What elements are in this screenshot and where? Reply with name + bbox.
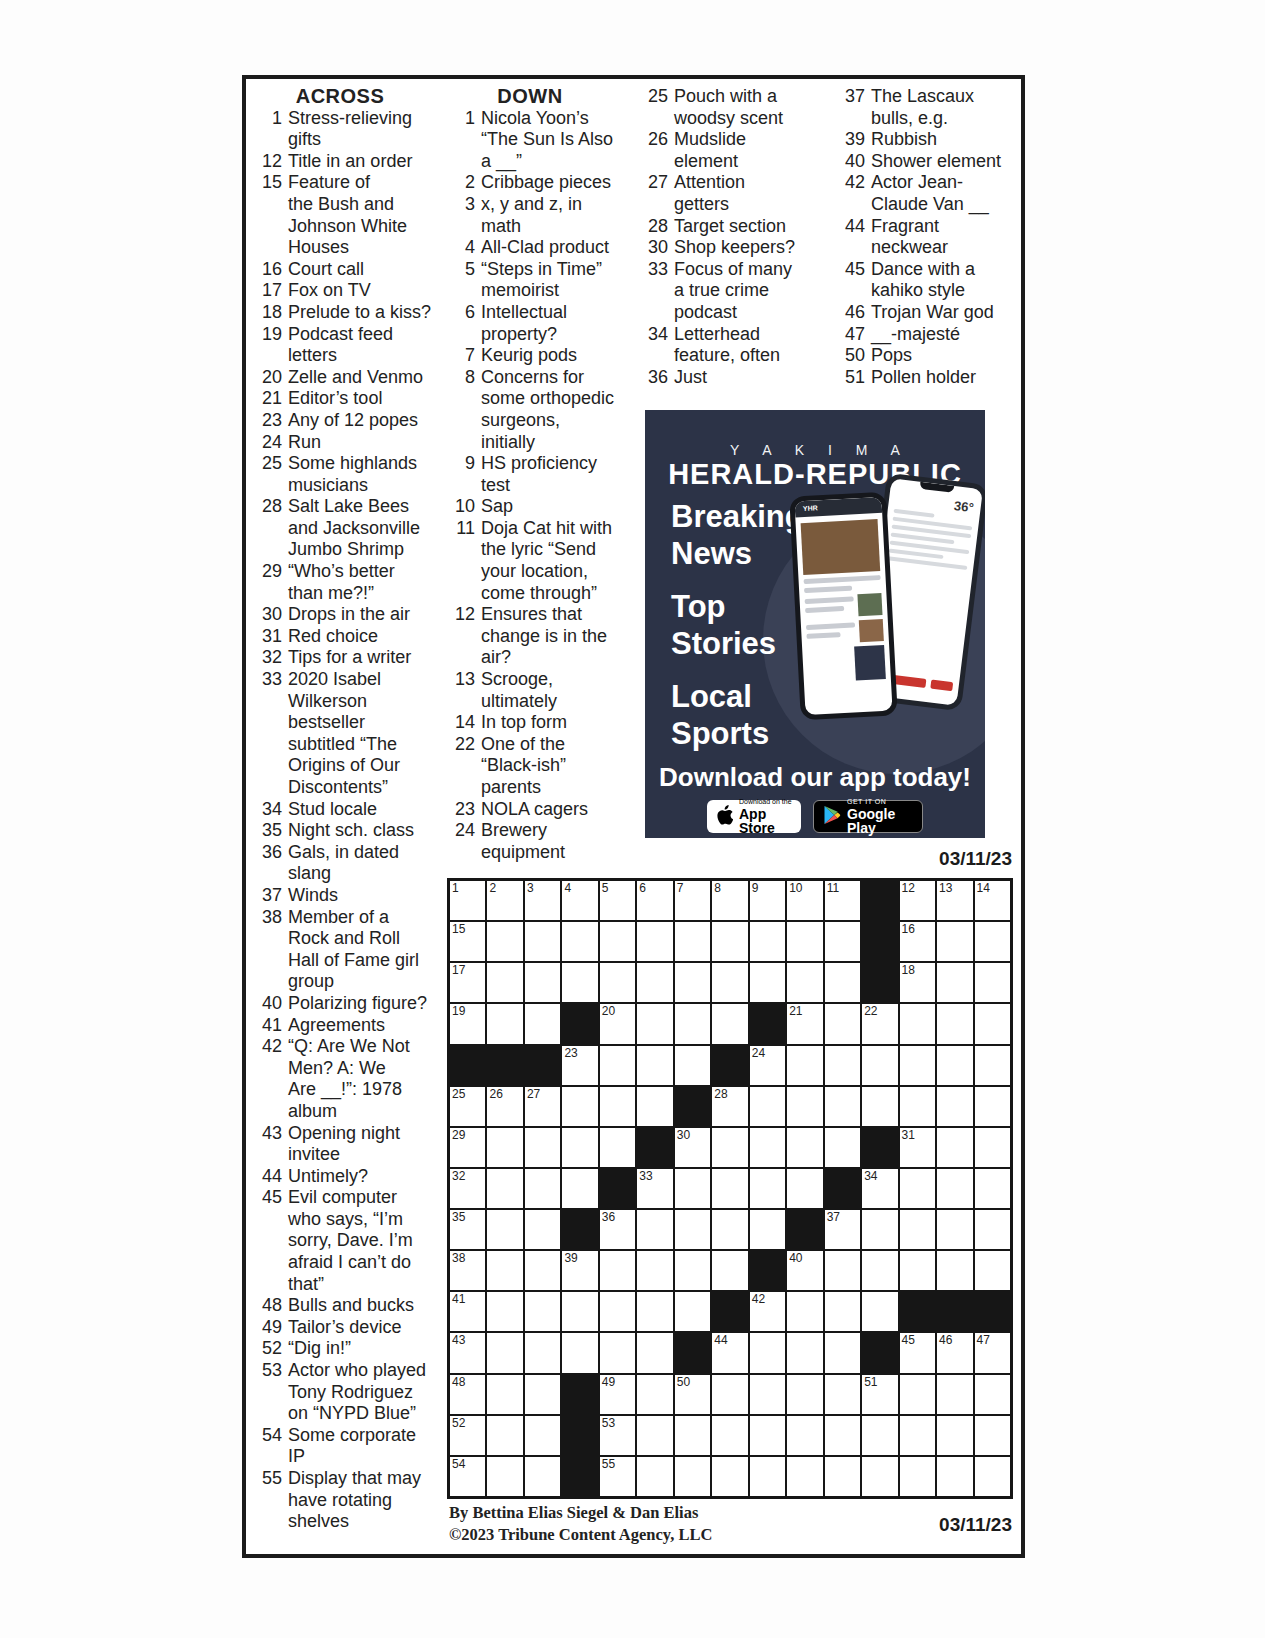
cell-r13c7[interactable]: 50 [675, 1375, 710, 1414]
clue-text: Trojan War god [871, 302, 1011, 324]
cell-r8c3[interactable] [525, 1169, 560, 1208]
cell-r3c3[interactable] [525, 963, 560, 1002]
cell-r12c11[interactable] [825, 1333, 860, 1372]
cell-r9c13[interactable] [900, 1210, 935, 1249]
clue-number: 36 [252, 842, 288, 885]
cell-r1c10[interactable]: 10 [787, 881, 822, 920]
phone-mockup-news: YHR [789, 492, 898, 721]
clue-text: Evil computerwho says, “I’msorry, Dave. … [288, 1187, 434, 1295]
cell-r1c2[interactable]: 2 [487, 881, 522, 920]
cell-r14c12[interactable] [862, 1416, 897, 1455]
cell-r12c2[interactable] [487, 1333, 522, 1372]
black-cell-r12c12 [862, 1333, 897, 1372]
clue-down-2: 2Cribbage pieces [445, 172, 625, 194]
cell-r7c14[interactable] [937, 1128, 972, 1167]
cell-r13c14[interactable] [937, 1375, 972, 1414]
cell-r4c3[interactable] [525, 1004, 560, 1043]
cell-r2c3[interactable] [525, 922, 560, 961]
clue-text: Zelle and Venmo [288, 367, 434, 389]
cell-r10c2[interactable] [487, 1251, 522, 1290]
cell-r2c5[interactable] [600, 922, 635, 961]
clue-text: Feature ofthe Bush andJohnson WhiteHouse… [288, 172, 434, 258]
cell-r5c7[interactable] [675, 1046, 710, 1085]
cell-r1c14[interactable]: 13 [937, 881, 972, 920]
cell-number: 29 [452, 1128, 465, 1142]
cell-r1c4[interactable]: 4 [562, 881, 597, 920]
cell-r5c4[interactable]: 23 [562, 1046, 597, 1085]
clue-text: Prelude to a kiss? [288, 302, 434, 324]
cell-r5c13[interactable] [900, 1046, 935, 1085]
cell-number: 14 [977, 881, 990, 895]
cell-r2c14[interactable] [937, 922, 972, 961]
cell-r6c2[interactable]: 26 [487, 1087, 522, 1126]
cell-r3c15[interactable] [975, 963, 1010, 1002]
cell-r8c10[interactable] [787, 1169, 822, 1208]
cell-r11c5[interactable] [600, 1292, 635, 1331]
puzzle-credits: By Bettina Elias Siegel & Dan Elias ©202… [449, 1502, 712, 1546]
cell-r7c2[interactable] [487, 1128, 522, 1167]
cell-r4c1[interactable]: 19 [450, 1004, 485, 1043]
clue-number: 55 [252, 1468, 288, 1533]
cell-r11c7[interactable] [675, 1292, 710, 1331]
cell-r3c1[interactable]: 17 [450, 963, 485, 1002]
cell-r1c3[interactable]: 3 [525, 881, 560, 920]
clue-across-15: 15Feature ofthe Bush andJohnson WhiteHou… [252, 172, 434, 258]
clue-across-23: 23Any of 12 popes [252, 410, 434, 432]
cell-r3c9[interactable] [750, 963, 785, 1002]
ad-call-to-action: Download our app today! [645, 762, 985, 793]
clue-across-18: 18Prelude to a kiss? [252, 302, 434, 324]
cell-r9c5[interactable]: 36 [600, 1210, 635, 1249]
clue-text: Salt Lake Beesand JacksonvilleJumbo Shri… [288, 496, 434, 561]
clue-number: 33 [632, 259, 674, 324]
clue-number: 51 [829, 367, 871, 389]
cell-r11c4[interactable] [562, 1292, 597, 1331]
cell-r2c8[interactable] [712, 922, 747, 961]
cell-r2c9[interactable] [750, 922, 785, 961]
clue-number: 40 [829, 151, 871, 173]
cell-number: 18 [902, 963, 915, 977]
cell-r13c9[interactable] [750, 1375, 785, 1414]
cell-r10c6[interactable] [637, 1251, 672, 1290]
cell-r4c10[interactable]: 21 [787, 1004, 822, 1043]
cell-r12c15[interactable]: 47 [975, 1333, 1010, 1372]
cell-r9c9[interactable] [750, 1210, 785, 1249]
cell-r12c14[interactable]: 46 [937, 1333, 972, 1372]
cell-r11c1[interactable]: 41 [450, 1292, 485, 1331]
clue-across-49: 49Tailor’s device [252, 1317, 434, 1339]
cell-r6c11[interactable] [825, 1087, 860, 1126]
cell-r14c15[interactable] [975, 1416, 1010, 1455]
cell-r8c4[interactable] [562, 1169, 597, 1208]
cell-number: 38 [452, 1251, 465, 1265]
cell-r5c14[interactable] [937, 1046, 972, 1085]
cell-r6c8[interactable]: 28 [712, 1087, 747, 1126]
cell-r8c1[interactable]: 32 [450, 1169, 485, 1208]
cell-r12c13[interactable]: 45 [900, 1333, 935, 1372]
clue-text: Just [674, 367, 797, 389]
cell-r13c10[interactable] [787, 1375, 822, 1414]
cell-r9c2[interactable] [487, 1210, 522, 1249]
clue-text: 2020 IsabelWilkersonbestsellersubtitled … [288, 669, 434, 799]
cell-r15c15[interactable] [975, 1457, 1010, 1496]
clue-across-36: 36Gals, in datedslang [252, 842, 434, 885]
cell-r9c11[interactable]: 37 [825, 1210, 860, 1249]
cell-r12c4[interactable] [562, 1333, 597, 1372]
clue-number: 14 [445, 712, 481, 734]
cell-r6c1[interactable]: 25 [450, 1087, 485, 1126]
cell-r15c11[interactable] [825, 1457, 860, 1496]
cell-r2c2[interactable] [487, 922, 522, 961]
clue-number: 7 [445, 345, 481, 367]
cell-r11c9[interactable]: 42 [750, 1292, 785, 1331]
cell-r5c10[interactable] [787, 1046, 822, 1085]
cell-r11c6[interactable] [637, 1292, 672, 1331]
black-cell-r11c8 [712, 1292, 747, 1331]
cell-r9c3[interactable] [525, 1210, 560, 1249]
cell-r12c5[interactable] [600, 1333, 635, 1372]
cell-number: 40 [789, 1251, 802, 1265]
cell-r15c3[interactable] [525, 1457, 560, 1496]
clue-text: Court call [288, 259, 434, 281]
cell-r3c8[interactable] [712, 963, 747, 1002]
cell-r14c13[interactable] [900, 1416, 935, 1455]
cell-r5c6[interactable] [637, 1046, 672, 1085]
clue-across-41: 41Agreements [252, 1015, 434, 1037]
cell-r9c15[interactable] [975, 1210, 1010, 1249]
cell-r4c5[interactable]: 20 [600, 1004, 635, 1043]
cell-r7c4[interactable] [562, 1128, 597, 1167]
cell-r10c15[interactable] [975, 1251, 1010, 1290]
screen-text-bar [888, 556, 968, 570]
cell-r10c12[interactable] [862, 1251, 897, 1290]
cell-r1c9[interactable]: 9 [750, 881, 785, 920]
cell-r3c6[interactable] [637, 963, 672, 1002]
cell-r9c14[interactable] [937, 1210, 972, 1249]
cell-r10c4[interactable]: 39 [562, 1251, 597, 1290]
cell-r6c10[interactable] [787, 1087, 822, 1126]
cell-r2c15[interactable] [975, 922, 1010, 961]
cell-r7c9[interactable] [750, 1128, 785, 1167]
cell-r6c3[interactable]: 27 [525, 1087, 560, 1126]
cell-r15c8[interactable] [712, 1457, 747, 1496]
clue-down-cont-1-26: 26Mudslideelement [632, 129, 797, 172]
cell-r7c13[interactable]: 31 [900, 1128, 935, 1167]
cell-r6c15[interactable] [975, 1087, 1010, 1126]
clue-text: Polarizing figure? [288, 993, 434, 1015]
cell-r13c15[interactable] [975, 1375, 1010, 1414]
cell-r4c15[interactable] [975, 1004, 1010, 1043]
cell-r2c4[interactable] [562, 922, 597, 961]
cell-r2c7[interactable] [675, 922, 710, 961]
clue-number: 5 [445, 259, 481, 302]
cell-r13c3[interactable] [525, 1375, 560, 1414]
cell-r9c6[interactable] [637, 1210, 672, 1249]
clue-number: 47 [829, 324, 871, 346]
clue-text: Intellectualproperty? [481, 302, 625, 345]
cell-number: 8 [714, 881, 721, 895]
cell-r10c7[interactable] [675, 1251, 710, 1290]
cell-r1c6[interactable]: 6 [637, 881, 672, 920]
cell-r14c1[interactable]: 52 [450, 1416, 485, 1455]
cell-r15c10[interactable] [787, 1457, 822, 1496]
clue-text: Shop keepers? [674, 237, 797, 259]
clue-down-cont-1-34: 34Letterheadfeature, often [632, 324, 797, 367]
cell-r12c9[interactable] [750, 1333, 785, 1372]
cell-r4c13[interactable] [900, 1004, 935, 1043]
cell-r14c10[interactable] [787, 1416, 822, 1455]
cell-r3c10[interactable] [787, 963, 822, 1002]
google-play-badge[interactable]: GET IT ON Google Play [813, 800, 923, 833]
cell-r2c13[interactable]: 16 [900, 922, 935, 961]
clue-number: 16 [252, 259, 288, 281]
cell-r13c8[interactable] [712, 1375, 747, 1414]
cell-number: 41 [452, 1292, 465, 1306]
cell-r13c11[interactable] [825, 1375, 860, 1414]
cell-r1c8[interactable]: 8 [712, 881, 747, 920]
clue-number: 21 [252, 388, 288, 410]
down-clue-column-continued-1: 25Pouch with awoodsy scent26Mudslideelem… [632, 86, 797, 388]
cell-r6c5[interactable] [600, 1087, 635, 1126]
clue-across-48: 48Bulls and bucks [252, 1295, 434, 1317]
cell-r10c8[interactable] [712, 1251, 747, 1290]
cell-r14c7[interactable] [675, 1416, 710, 1455]
clue-down-13: 13Scrooge,ultimately [445, 669, 625, 712]
cell-r11c3[interactable] [525, 1292, 560, 1331]
cell-number: 19 [452, 1004, 465, 1018]
cell-r14c14[interactable] [937, 1416, 972, 1455]
badge-store-name: App Store [739, 807, 792, 835]
cell-r8c13[interactable] [900, 1169, 935, 1208]
clue-text: Gals, in datedslang [288, 842, 434, 885]
cell-r2c10[interactable] [787, 922, 822, 961]
clue-text: Red choice [288, 626, 434, 648]
cell-r8c6[interactable]: 33 [637, 1169, 672, 1208]
black-cell-r11c13 [900, 1292, 935, 1331]
cell-r13c2[interactable] [487, 1375, 522, 1414]
cell-r6c9[interactable] [750, 1087, 785, 1126]
clue-number: 10 [445, 496, 481, 518]
clue-across-43: 43Opening nightinvitee [252, 1123, 434, 1166]
cell-number: 11 [827, 881, 839, 895]
cell-r7c8[interactable] [712, 1128, 747, 1167]
cell-r3c2[interactable] [487, 963, 522, 1002]
cell-r14c2[interactable] [487, 1416, 522, 1455]
cell-r5c9[interactable]: 24 [750, 1046, 785, 1085]
cell-r14c9[interactable] [750, 1416, 785, 1455]
cell-r12c1[interactable]: 43 [450, 1333, 485, 1372]
cell-r15c6[interactable] [637, 1457, 672, 1496]
cell-r5c15[interactable] [975, 1046, 1010, 1085]
cell-r9c8[interactable] [712, 1210, 747, 1249]
cell-r6c4[interactable] [562, 1087, 597, 1126]
cell-r4c14[interactable] [937, 1004, 972, 1043]
clue-text: Winds [288, 885, 434, 907]
cell-r15c9[interactable] [750, 1457, 785, 1496]
cell-r3c11[interactable] [825, 963, 860, 1002]
cell-r15c7[interactable] [675, 1457, 710, 1496]
cell-r4c12[interactable]: 22 [862, 1004, 897, 1043]
cell-r7c10[interactable] [787, 1128, 822, 1167]
cell-r5c5[interactable] [600, 1046, 635, 1085]
cell-r14c3[interactable] [525, 1416, 560, 1455]
cell-r9c1[interactable]: 35 [450, 1210, 485, 1249]
cell-r11c10[interactable] [787, 1292, 822, 1331]
cell-r10c10[interactable]: 40 [787, 1251, 822, 1290]
cell-r15c1[interactable]: 54 [450, 1457, 485, 1496]
cell-r10c1[interactable]: 38 [450, 1251, 485, 1290]
cell-r10c5[interactable] [600, 1251, 635, 1290]
cell-number: 1 [452, 881, 459, 895]
app-store-badge[interactable]: Download on the App Store [707, 800, 801, 833]
cell-r4c11[interactable] [825, 1004, 860, 1043]
news-thumbnail [859, 619, 884, 642]
cell-r10c14[interactable] [937, 1251, 972, 1290]
cell-r8c8[interactable] [712, 1169, 747, 1208]
cell-r2c6[interactable] [637, 922, 672, 961]
cell-r14c6[interactable] [637, 1416, 672, 1455]
cell-r7c5[interactable] [600, 1128, 635, 1167]
news-cover-image [854, 645, 886, 681]
cell-r13c6[interactable] [637, 1375, 672, 1414]
cell-r1c13[interactable]: 12 [900, 881, 935, 920]
cell-r1c7[interactable]: 7 [675, 881, 710, 920]
cell-r12c8[interactable]: 44 [712, 1333, 747, 1372]
clue-number: 49 [252, 1317, 288, 1339]
cell-number: 48 [452, 1375, 465, 1389]
cell-r1c15[interactable]: 14 [975, 881, 1010, 920]
black-cell-r5c1 [450, 1046, 485, 1085]
black-cell-r5c8 [712, 1046, 747, 1085]
black-cell-r12c7 [675, 1333, 710, 1372]
cell-r15c13[interactable] [900, 1457, 935, 1496]
cell-r8c15[interactable] [975, 1169, 1010, 1208]
screen-text-bar [806, 632, 841, 639]
cell-r3c4[interactable] [562, 963, 597, 1002]
cell-r5c12[interactable] [862, 1046, 897, 1085]
clue-number: 34 [632, 324, 674, 367]
cell-r3c14[interactable] [937, 963, 972, 1002]
cell-r7c7[interactable]: 30 [675, 1128, 710, 1167]
cell-r1c5[interactable]: 5 [600, 881, 635, 920]
cell-number: 42 [752, 1292, 765, 1306]
cell-r8c2[interactable] [487, 1169, 522, 1208]
clue-across-40: 40Polarizing figure? [252, 993, 434, 1015]
clue-text: Drops in the air [288, 604, 434, 626]
cell-r3c7[interactable] [675, 963, 710, 1002]
clue-down-7: 7Keurig pods [445, 345, 625, 367]
cell-r10c11[interactable] [825, 1251, 860, 1290]
cell-r12c6[interactable] [637, 1333, 672, 1372]
cell-r8c12[interactable]: 34 [862, 1169, 897, 1208]
cell-r6c6[interactable] [637, 1087, 672, 1126]
cell-r14c11[interactable] [825, 1416, 860, 1455]
black-cell-r4c9 [750, 1004, 785, 1043]
cell-number: 5 [602, 881, 609, 895]
clue-number: 3 [445, 194, 481, 237]
cell-r12c10[interactable] [787, 1333, 822, 1372]
cell-r3c5[interactable] [600, 963, 635, 1002]
cell-r13c12[interactable]: 51 [862, 1375, 897, 1414]
cell-r14c8[interactable] [712, 1416, 747, 1455]
cell-r15c2[interactable] [487, 1457, 522, 1496]
cell-r13c5[interactable]: 49 [600, 1375, 635, 1414]
cell-r9c7[interactable] [675, 1210, 710, 1249]
clue-across-42: 42“Q: Are We NotMen? A: WeAre __!”: 1978… [252, 1036, 434, 1122]
black-cell-r9c10 [787, 1210, 822, 1249]
clue-number: 43 [252, 1123, 288, 1166]
cell-r4c6[interactable] [637, 1004, 672, 1043]
cell-r7c1[interactable]: 29 [450, 1128, 485, 1167]
clue-text: Pollen holder [871, 367, 1011, 389]
cell-number: 17 [452, 963, 465, 977]
cell-r6c13[interactable] [900, 1087, 935, 1126]
cell-r2c1[interactable]: 15 [450, 922, 485, 961]
cell-r8c7[interactable] [675, 1169, 710, 1208]
clue-text: x, y and z, inmath [481, 194, 625, 237]
cell-number: 36 [602, 1210, 615, 1224]
cell-r10c13[interactable] [900, 1251, 935, 1290]
clue-down-8: 8Concerns forsome orthopedicsurgeons,ini… [445, 367, 625, 453]
cell-r7c3[interactable] [525, 1128, 560, 1167]
cell-r12c3[interactable] [525, 1333, 560, 1372]
cell-r11c11[interactable] [825, 1292, 860, 1331]
cell-r9c12[interactable] [862, 1210, 897, 1249]
cell-r15c5[interactable]: 55 [600, 1457, 635, 1496]
cell-r6c12[interactable] [862, 1087, 897, 1126]
cell-r4c8[interactable] [712, 1004, 747, 1043]
cell-r4c2[interactable] [487, 1004, 522, 1043]
clue-text: Untimely? [288, 1166, 434, 1188]
cell-r4c7[interactable] [675, 1004, 710, 1043]
cell-r5c11[interactable] [825, 1046, 860, 1085]
clue-number: 36 [632, 367, 674, 389]
cell-r8c14[interactable] [937, 1169, 972, 1208]
cell-r7c15[interactable] [975, 1128, 1010, 1167]
clue-across-55: 55Display that mayhave rotatingshelves [252, 1468, 434, 1533]
cell-r2c11[interactable] [825, 922, 860, 961]
clue-down-cont-1-36: 36Just [632, 367, 797, 389]
cell-r1c11[interactable]: 11 [825, 881, 860, 920]
cell-r15c12[interactable] [862, 1457, 897, 1496]
cell-r8c9[interactable] [750, 1169, 785, 1208]
cell-r6c14[interactable] [937, 1087, 972, 1126]
cell-r10c3[interactable] [525, 1251, 560, 1290]
cell-r13c1[interactable]: 48 [450, 1375, 485, 1414]
clue-text: Stress-relievinggifts [288, 108, 434, 151]
black-cell-r5c2 [487, 1046, 522, 1085]
cell-r11c2[interactable] [487, 1292, 522, 1331]
cell-r15c14[interactable] [937, 1457, 972, 1496]
cell-number: 52 [452, 1416, 465, 1430]
clue-text: __-majesté [871, 324, 1011, 346]
cell-r11c12[interactable] [862, 1292, 897, 1331]
clue-across-25: 25Some highlandsmusicians [252, 453, 434, 496]
black-cell-r6c7 [675, 1087, 710, 1126]
clue-across-20: 20Zelle and Venmo [252, 367, 434, 389]
clue-down-cont-1-28: 28Target section [632, 216, 797, 238]
clue-across-16: 16Court call [252, 259, 434, 281]
clue-number: 48 [252, 1295, 288, 1317]
cell-r13c13[interactable] [900, 1375, 935, 1414]
clue-number: 12 [445, 604, 481, 669]
cell-r3c13[interactable]: 18 [900, 963, 935, 1002]
puzzle-date-top: 03/11/23 [860, 848, 1012, 870]
cell-r1c1[interactable]: 1 [450, 881, 485, 920]
cell-r14c5[interactable]: 53 [600, 1416, 635, 1455]
cell-r7c11[interactable] [825, 1128, 860, 1167]
clue-across-21: 21Editor’s tool [252, 388, 434, 410]
